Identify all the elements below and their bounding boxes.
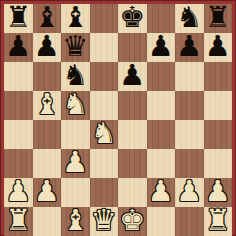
square-c3[interactable]: ♟ — [61, 149, 90, 178]
square-g2[interactable]: ♟ — [175, 178, 204, 207]
square-a4[interactable] — [4, 120, 33, 149]
square-f6[interactable] — [147, 62, 176, 91]
square-a1[interactable]: ♜ — [4, 207, 33, 236]
piece-white-pawn[interactable]: ♟ — [5, 177, 31, 206]
square-f5[interactable] — [147, 91, 176, 120]
square-d7[interactable] — [90, 33, 119, 62]
square-f4[interactable] — [147, 120, 176, 149]
square-d1[interactable]: ♛ — [90, 207, 119, 236]
piece-black-pawn[interactable]: ♟ — [119, 61, 145, 90]
square-b7[interactable]: ♟ — [33, 33, 62, 62]
square-h1[interactable]: ♜ — [204, 207, 233, 236]
piece-black-pawn[interactable]: ♟ — [34, 32, 60, 61]
square-e1[interactable]: ♚ — [118, 207, 147, 236]
board-frame: ♜♝♝♚♞♜♟♟♛♟♟♟♞♟♝♞♞♟♟♟♟♟♟♜♝♛♚♜ — [1, 1, 235, 235]
square-g4[interactable] — [175, 120, 204, 149]
piece-black-bishop[interactable]: ♝ — [34, 3, 60, 32]
square-f7[interactable]: ♟ — [147, 33, 176, 62]
piece-white-knight[interactable]: ♞ — [62, 90, 88, 119]
square-c1[interactable]: ♝ — [61, 207, 90, 236]
chessboard: ♜♝♝♚♞♜♟♟♛♟♟♟♞♟♝♞♞♟♟♟♟♟♟♜♝♛♚♜ — [4, 4, 232, 232]
square-g6[interactable] — [175, 62, 204, 91]
piece-white-pawn[interactable]: ♟ — [34, 177, 60, 206]
piece-white-king[interactable]: ♚ — [119, 206, 145, 235]
piece-white-pawn[interactable]: ♟ — [148, 177, 174, 206]
piece-black-knight[interactable]: ♞ — [176, 3, 202, 32]
piece-black-pawn[interactable]: ♟ — [205, 32, 231, 61]
piece-black-rook[interactable]: ♜ — [5, 3, 31, 32]
square-e4[interactable] — [118, 120, 147, 149]
piece-white-rook[interactable]: ♜ — [205, 206, 231, 235]
square-h4[interactable] — [204, 120, 233, 149]
square-h6[interactable] — [204, 62, 233, 91]
piece-black-queen[interactable]: ♛ — [62, 32, 88, 61]
square-g7[interactable]: ♟ — [175, 33, 204, 62]
square-d3[interactable] — [90, 149, 119, 178]
piece-black-pawn[interactable]: ♟ — [176, 32, 202, 61]
square-d6[interactable] — [90, 62, 119, 91]
piece-white-pawn[interactable]: ♟ — [176, 177, 202, 206]
square-h5[interactable] — [204, 91, 233, 120]
square-e3[interactable] — [118, 149, 147, 178]
square-h7[interactable]: ♟ — [204, 33, 233, 62]
square-g1[interactable] — [175, 207, 204, 236]
piece-black-rook[interactable]: ♜ — [205, 3, 231, 32]
square-a5[interactable] — [4, 91, 33, 120]
square-e5[interactable] — [118, 91, 147, 120]
piece-white-pawn[interactable]: ♟ — [62, 148, 88, 177]
square-c5[interactable]: ♞ — [61, 91, 90, 120]
square-a6[interactable] — [4, 62, 33, 91]
piece-white-bishop[interactable]: ♝ — [62, 206, 88, 235]
square-e8[interactable]: ♚ — [118, 4, 147, 33]
piece-black-bishop[interactable]: ♝ — [62, 3, 88, 32]
square-b4[interactable] — [33, 120, 62, 149]
square-b2[interactable]: ♟ — [33, 178, 62, 207]
square-e6[interactable]: ♟ — [118, 62, 147, 91]
piece-black-knight[interactable]: ♞ — [62, 61, 88, 90]
square-b5[interactable]: ♝ — [33, 91, 62, 120]
piece-white-rook[interactable]: ♜ — [5, 206, 31, 235]
square-b1[interactable] — [33, 207, 62, 236]
piece-black-pawn[interactable]: ♟ — [148, 32, 174, 61]
square-a7[interactable]: ♟ — [4, 33, 33, 62]
square-d4[interactable]: ♞ — [90, 120, 119, 149]
piece-black-pawn[interactable]: ♟ — [5, 32, 31, 61]
piece-white-knight[interactable]: ♞ — [91, 119, 117, 148]
piece-white-pawn[interactable]: ♟ — [205, 177, 231, 206]
square-g5[interactable] — [175, 91, 204, 120]
square-d8[interactable] — [90, 4, 119, 33]
piece-white-queen[interactable]: ♛ — [91, 206, 117, 235]
square-f1[interactable] — [147, 207, 176, 236]
piece-white-bishop[interactable]: ♝ — [34, 90, 60, 119]
square-f2[interactable]: ♟ — [147, 178, 176, 207]
piece-black-king[interactable]: ♚ — [119, 3, 145, 32]
